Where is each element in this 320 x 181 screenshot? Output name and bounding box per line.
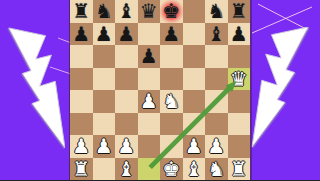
white-bishop: ♝ [117,158,135,180]
square-a5[interactable] [70,68,93,91]
square-c6[interactable] [115,45,138,68]
square-f4[interactable] [183,90,206,113]
white-bishop: ♝ [185,158,203,180]
thumbnail-canvas: ♜♞♝♛♚♞♜♟♟♟♟♝♟♟♛♟♞♟♟♟♟♟♜♝♚♝♞♜ [0,0,320,180]
black-pawn: ♟ [117,23,135,45]
square-h4[interactable] [228,90,251,113]
lightning-bolt-right-icon [251,27,315,147]
white-queen: ♛ [230,68,248,90]
square-c1[interactable]: ♝ [115,158,138,181]
black-pawn: ♟ [140,45,158,67]
square-g1[interactable]: ♞ [205,158,228,181]
square-e8[interactable]: ♚ [160,0,183,23]
lightning-bolt-left-icon [3,26,65,150]
square-c7[interactable]: ♟ [115,23,138,46]
black-king: ♚ [162,0,180,22]
square-f3[interactable] [183,113,206,136]
white-pawn: ♟ [72,135,90,157]
square-d6[interactable]: ♟ [138,45,161,68]
square-d1[interactable] [138,158,161,181]
square-b6[interactable] [93,45,116,68]
square-h8[interactable]: ♜ [228,0,251,23]
square-a7[interactable]: ♟ [70,23,93,46]
white-knight: ♞ [162,90,180,112]
square-f5[interactable] [183,68,206,91]
square-a1[interactable]: ♜ [70,158,93,181]
square-e6[interactable] [160,45,183,68]
black-bishop: ♝ [207,23,225,45]
square-a6[interactable] [70,45,93,68]
black-queen: ♛ [140,0,158,22]
black-knight: ♞ [207,0,225,22]
square-f8[interactable] [183,0,206,23]
square-d3[interactable] [138,113,161,136]
square-e1[interactable]: ♚ [160,158,183,181]
square-a8[interactable]: ♜ [70,0,93,23]
square-g5[interactable] [205,68,228,91]
square-a4[interactable] [70,90,93,113]
black-pawn: ♟ [230,23,248,45]
square-h3[interactable] [228,113,251,136]
square-d8[interactable]: ♛ [138,0,161,23]
square-b3[interactable] [93,113,116,136]
square-f2[interactable]: ♟ [183,135,206,158]
white-pawn: ♟ [185,135,203,157]
chess-board: ♜♞♝♛♚♞♜♟♟♟♟♝♟♟♛♟♞♟♟♟♟♟♜♝♚♝♞♜ [70,0,250,180]
square-h1[interactable]: ♜ [228,158,251,181]
square-f7[interactable] [183,23,206,46]
white-knight: ♞ [207,158,225,180]
square-g8[interactable]: ♞ [205,0,228,23]
square-h2[interactable] [228,135,251,158]
square-f1[interactable]: ♝ [183,158,206,181]
square-g3[interactable] [205,113,228,136]
square-g7[interactable]: ♝ [205,23,228,46]
black-knight: ♞ [95,0,113,22]
white-rook: ♜ [230,158,248,180]
square-c8[interactable]: ♝ [115,0,138,23]
square-d4[interactable]: ♟ [138,90,161,113]
black-pawn: ♟ [95,23,113,45]
square-d7[interactable] [138,23,161,46]
square-b8[interactable]: ♞ [93,0,116,23]
white-pawn: ♟ [140,90,158,112]
square-e7[interactable]: ♟ [160,23,183,46]
black-rook: ♜ [230,0,248,22]
black-rook: ♜ [72,0,90,22]
square-b1[interactable] [93,158,116,181]
white-rook: ♜ [72,158,90,180]
square-a3[interactable] [70,113,93,136]
square-h5[interactable]: ♛ [228,68,251,91]
white-pawn: ♟ [95,135,113,157]
square-d5[interactable] [138,68,161,91]
square-h7[interactable]: ♟ [228,23,251,46]
square-b7[interactable]: ♟ [93,23,116,46]
square-g4[interactable] [205,90,228,113]
square-c4[interactable] [115,90,138,113]
square-c5[interactable] [115,68,138,91]
square-b5[interactable] [93,68,116,91]
square-c3[interactable] [115,113,138,136]
square-d2[interactable] [138,135,161,158]
square-e5[interactable] [160,68,183,91]
white-pawn: ♟ [117,135,135,157]
black-bishop: ♝ [117,0,135,22]
square-b4[interactable] [93,90,116,113]
black-pawn: ♟ [72,23,90,45]
square-b2[interactable]: ♟ [93,135,116,158]
square-f6[interactable] [183,45,206,68]
square-c2[interactable]: ♟ [115,135,138,158]
white-pawn: ♟ [207,135,225,157]
square-e2[interactable] [160,135,183,158]
square-e4[interactable]: ♞ [160,90,183,113]
square-e3[interactable] [160,113,183,136]
white-king: ♚ [162,158,180,180]
black-pawn: ♟ [162,23,180,45]
square-g2[interactable]: ♟ [205,135,228,158]
square-g6[interactable] [205,45,228,68]
square-a2[interactable]: ♟ [70,135,93,158]
square-h6[interactable] [228,45,251,68]
